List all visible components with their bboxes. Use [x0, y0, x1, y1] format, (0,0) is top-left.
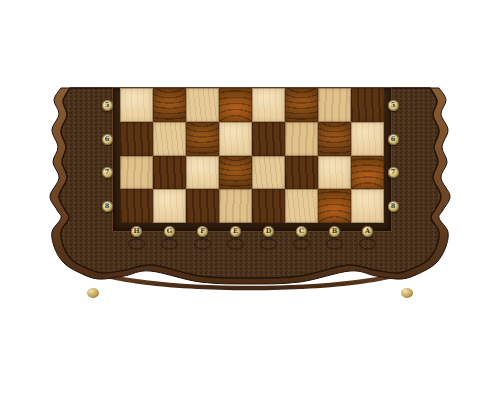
square-c5[interactable]	[285, 88, 318, 122]
square-a8[interactable]	[351, 189, 384, 223]
square-g5[interactable]	[153, 88, 186, 122]
square-h5[interactable]	[120, 88, 153, 122]
square-a6[interactable]	[351, 122, 384, 156]
file-label-d: D	[263, 226, 274, 237]
brass-foot-left	[87, 288, 99, 298]
brass-foot-right	[401, 288, 413, 298]
square-b5[interactable]	[318, 88, 351, 122]
square-f7[interactable]	[186, 156, 219, 190]
square-a7[interactable]	[351, 156, 384, 190]
square-e5[interactable]	[219, 88, 252, 122]
rank-label-right-5: 5	[388, 100, 399, 111]
square-c7[interactable]	[285, 156, 318, 190]
square-b6[interactable]	[318, 122, 351, 156]
square-f6[interactable]	[186, 122, 219, 156]
rank-label-right-8: 8	[388, 201, 399, 212]
rank-label-left-6: 6	[102, 134, 113, 145]
square-e8[interactable]	[219, 189, 252, 223]
file-label-f: F	[197, 226, 208, 237]
file-label-e: E	[230, 226, 241, 237]
file-label-h: H	[131, 226, 142, 237]
file-label-c: C	[296, 226, 307, 237]
rank-label-left-7: 7	[102, 167, 113, 178]
square-d7[interactable]	[252, 156, 285, 190]
square-e6[interactable]	[219, 122, 252, 156]
square-d6[interactable]	[252, 122, 285, 156]
chess-board	[120, 88, 384, 223]
file-label-b: B	[329, 226, 340, 237]
rank-label-left-5: 5	[102, 100, 113, 111]
square-h8[interactable]	[120, 189, 153, 223]
square-f8[interactable]	[186, 189, 219, 223]
rank-label-right-7: 7	[388, 167, 399, 178]
square-b8[interactable]	[318, 189, 351, 223]
square-a5[interactable]	[351, 88, 384, 122]
square-c6[interactable]	[285, 122, 318, 156]
square-g6[interactable]	[153, 122, 186, 156]
square-h7[interactable]	[120, 156, 153, 190]
square-e7[interactable]	[219, 156, 252, 190]
square-f5[interactable]	[186, 88, 219, 122]
rank-label-right-6: 6	[388, 134, 399, 145]
file-label-a: A	[362, 226, 373, 237]
square-h6[interactable]	[120, 122, 153, 156]
square-b7[interactable]	[318, 156, 351, 190]
square-c8[interactable]	[285, 189, 318, 223]
square-g7[interactable]	[153, 156, 186, 190]
square-g8[interactable]	[153, 189, 186, 223]
rank-label-left-8: 8	[102, 201, 113, 212]
file-label-g: G	[164, 226, 175, 237]
square-d5[interactable]	[252, 88, 285, 122]
board-photo: 5 6 7 8 5 6 7 8 H G F E D C B A	[0, 0, 500, 400]
square-d8[interactable]	[252, 189, 285, 223]
